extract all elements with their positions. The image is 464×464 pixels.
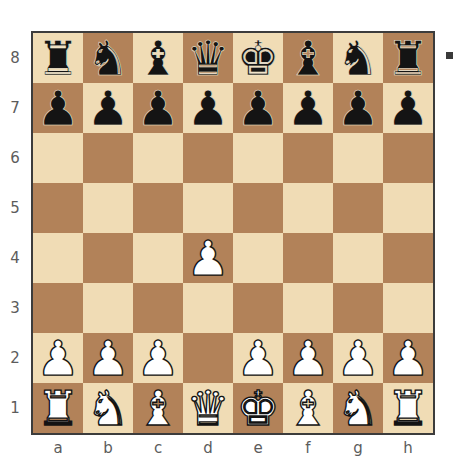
square-g6[interactable] <box>333 133 383 183</box>
square-b2[interactable]: ♟ <box>83 333 133 383</box>
square-b1[interactable]: ♞ <box>83 383 133 433</box>
square-c8[interactable]: ♝ <box>133 33 183 83</box>
square-f1[interactable]: ♝ <box>283 383 333 433</box>
square-a8[interactable]: ♜ <box>33 33 83 83</box>
rank-label-6: 6 <box>0 133 30 183</box>
piece-white-rook[interactable]: ♜ <box>386 383 429 433</box>
piece-white-pawn[interactable]: ♟ <box>136 333 179 383</box>
square-d7[interactable]: ♟ <box>183 83 233 133</box>
square-a3[interactable] <box>33 283 83 333</box>
rank-label-7: 7 <box>0 83 30 133</box>
square-g5[interactable] <box>333 183 383 233</box>
piece-black-rook[interactable]: ♜ <box>36 33 79 83</box>
square-e5[interactable] <box>233 183 283 233</box>
square-d5[interactable] <box>183 183 233 233</box>
square-f5[interactable] <box>283 183 333 233</box>
square-a7[interactable]: ♟ <box>33 83 83 133</box>
square-f4[interactable] <box>283 233 333 283</box>
square-g1[interactable]: ♞ <box>333 383 383 433</box>
piece-white-king[interactable]: ♚ <box>236 383 279 433</box>
file-label-f: f <box>283 434 333 462</box>
square-e6[interactable] <box>233 133 283 183</box>
square-a2[interactable]: ♟ <box>33 333 83 383</box>
square-e1[interactable]: ♚ <box>233 383 283 433</box>
piece-white-knight[interactable]: ♞ <box>86 383 129 433</box>
file-label-e: e <box>233 434 283 462</box>
square-b4[interactable] <box>83 233 133 283</box>
square-g4[interactable] <box>333 233 383 283</box>
square-b3[interactable] <box>83 283 133 333</box>
square-b5[interactable] <box>83 183 133 233</box>
square-h5[interactable] <box>383 183 433 233</box>
rank-label-3: 3 <box>0 283 30 333</box>
square-a6[interactable] <box>33 133 83 183</box>
piece-black-king[interactable]: ♚ <box>236 33 279 83</box>
piece-white-pawn[interactable]: ♟ <box>236 333 279 383</box>
square-d6[interactable] <box>183 133 233 183</box>
square-f2[interactable]: ♟ <box>283 333 333 383</box>
square-d3[interactable] <box>183 283 233 333</box>
file-label-a: a <box>33 434 83 462</box>
square-d1[interactable]: ♛ <box>183 383 233 433</box>
square-c3[interactable] <box>133 283 183 333</box>
piece-black-rook[interactable]: ♜ <box>386 33 429 83</box>
piece-white-queen[interactable]: ♛ <box>186 383 229 433</box>
rank-label-2: 2 <box>0 333 30 383</box>
piece-black-pawn[interactable]: ♟ <box>186 83 229 133</box>
piece-black-pawn[interactable]: ♟ <box>36 83 79 133</box>
square-e4[interactable] <box>233 233 283 283</box>
square-g7[interactable]: ♟ <box>333 83 383 133</box>
square-d2[interactable] <box>183 333 233 383</box>
file-label-g: g <box>333 434 383 462</box>
square-g2[interactable]: ♟ <box>333 333 383 383</box>
piece-white-rook[interactable]: ♜ <box>36 383 79 433</box>
square-h1[interactable]: ♜ <box>383 383 433 433</box>
piece-white-pawn[interactable]: ♟ <box>36 333 79 383</box>
square-h7[interactable]: ♟ <box>383 83 433 133</box>
square-h8[interactable]: ♜ <box>383 33 433 83</box>
piece-white-pawn[interactable]: ♟ <box>86 333 129 383</box>
square-c6[interactable] <box>133 133 183 183</box>
square-a1[interactable]: ♜ <box>33 383 83 433</box>
piece-white-pawn[interactable]: ♟ <box>386 333 429 383</box>
square-f8[interactable]: ♝ <box>283 33 333 83</box>
rank-label-1: 1 <box>0 383 30 433</box>
piece-black-bishop[interactable]: ♝ <box>136 33 179 83</box>
square-a5[interactable] <box>33 183 83 233</box>
rank-label-4: 4 <box>0 233 30 283</box>
rank-labels: 87654321 <box>0 33 30 433</box>
side-to-move-indicator <box>446 52 453 59</box>
piece-white-pawn[interactable]: ♟ <box>336 333 379 383</box>
square-a4[interactable] <box>33 233 83 283</box>
square-g8[interactable]: ♞ <box>333 33 383 83</box>
square-c7[interactable]: ♟ <box>133 83 183 133</box>
file-label-d: d <box>183 434 233 462</box>
square-b8[interactable]: ♞ <box>83 33 133 83</box>
piece-white-pawn[interactable]: ♟ <box>286 333 329 383</box>
square-d8[interactable]: ♛ <box>183 33 233 83</box>
piece-black-knight[interactable]: ♞ <box>336 33 379 83</box>
piece-white-knight[interactable]: ♞ <box>336 383 379 433</box>
piece-black-pawn[interactable]: ♟ <box>336 83 379 133</box>
square-d4[interactable]: ♟ <box>183 233 233 283</box>
square-f6[interactable] <box>283 133 333 183</box>
square-c2[interactable]: ♟ <box>133 333 183 383</box>
square-b6[interactable] <box>83 133 133 183</box>
square-e2[interactable]: ♟ <box>233 333 283 383</box>
piece-white-bishop[interactable]: ♝ <box>286 383 329 433</box>
square-c5[interactable] <box>133 183 183 233</box>
piece-white-bishop[interactable]: ♝ <box>136 383 179 433</box>
square-e3[interactable] <box>233 283 283 333</box>
rank-label-5: 5 <box>0 183 30 233</box>
piece-black-queen[interactable]: ♛ <box>186 33 229 83</box>
chess-board-page: 87654321 ♜♞♝♛♚♝♞♜♟♟♟♟♟♟♟♟♟♟♟♟♟♟♟♟♜♞♝♛♚♝♞… <box>0 0 464 464</box>
square-f7[interactable]: ♟ <box>283 83 333 133</box>
piece-black-bishop[interactable]: ♝ <box>286 33 329 83</box>
square-b7[interactable]: ♟ <box>83 83 133 133</box>
piece-black-pawn[interactable]: ♟ <box>386 83 429 133</box>
piece-black-pawn[interactable]: ♟ <box>236 83 279 133</box>
square-h6[interactable] <box>383 133 433 183</box>
square-g3[interactable] <box>333 283 383 333</box>
file-labels: abcdefgh <box>33 434 433 462</box>
rank-label-8: 8 <box>0 33 30 83</box>
file-label-c: c <box>133 434 183 462</box>
piece-white-pawn[interactable]: ♟ <box>186 233 229 283</box>
file-label-b: b <box>83 434 133 462</box>
square-e8[interactable]: ♚ <box>233 33 283 83</box>
piece-black-pawn[interactable]: ♟ <box>286 83 329 133</box>
piece-black-knight[interactable]: ♞ <box>86 33 129 83</box>
square-h3[interactable] <box>383 283 433 333</box>
square-c1[interactable]: ♝ <box>133 383 183 433</box>
square-h2[interactable]: ♟ <box>383 333 433 383</box>
file-label-h: h <box>383 434 433 462</box>
chess-board: ♜♞♝♛♚♝♞♜♟♟♟♟♟♟♟♟♟♟♟♟♟♟♟♟♜♞♝♛♚♝♞♜ <box>33 33 433 433</box>
square-c4[interactable] <box>133 233 183 283</box>
piece-black-pawn[interactable]: ♟ <box>86 83 129 133</box>
square-h4[interactable] <box>383 233 433 283</box>
square-f3[interactable] <box>283 283 333 333</box>
square-e7[interactable]: ♟ <box>233 83 283 133</box>
piece-black-pawn[interactable]: ♟ <box>136 83 179 133</box>
chess-board-frame: ♜♞♝♛♚♝♞♜♟♟♟♟♟♟♟♟♟♟♟♟♟♟♟♟♜♞♝♛♚♝♞♜ <box>31 31 435 435</box>
